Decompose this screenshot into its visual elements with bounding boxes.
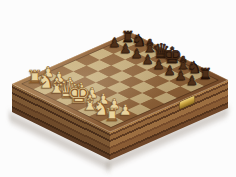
chess-set-photo: ♜♞♝♛♚♝♞♜♟♟♟♟♟♟♟♟♟♟♟♟♟♟♟♟♜♞♝♛♚♝♞♜ [0, 0, 236, 177]
